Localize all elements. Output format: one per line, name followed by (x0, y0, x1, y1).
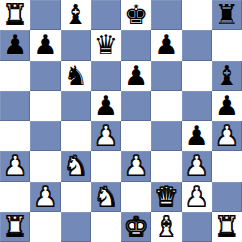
piece-white-pawn-g3[interactable]: ♟ (185, 151, 209, 181)
square-e1[interactable]: ♚ (121, 212, 151, 242)
square-e4[interactable] (121, 121, 151, 151)
square-h6[interactable]: ♝ (212, 61, 242, 91)
square-e5[interactable] (121, 91, 151, 121)
square-f2[interactable]: ♛ (151, 182, 181, 212)
square-c5[interactable] (61, 91, 91, 121)
square-g1[interactable] (182, 212, 212, 242)
piece-white-knight-d2[interactable]: ♞ (94, 182, 118, 212)
piece-black-pawn-g4[interactable]: ♟ (185, 121, 209, 151)
piece-white-pawn-d4[interactable]: ♟ (94, 121, 118, 151)
square-c1[interactable] (61, 212, 91, 242)
square-e7[interactable] (121, 30, 151, 60)
square-g5[interactable] (182, 91, 212, 121)
square-d2[interactable]: ♞ (91, 182, 121, 212)
square-a4[interactable] (0, 121, 30, 151)
square-f7[interactable]: ♟ (151, 30, 181, 60)
square-d8[interactable] (91, 0, 121, 30)
piece-white-knight-c3[interactable]: ♞ (64, 151, 88, 181)
piece-black-bishop-h6[interactable]: ♝ (215, 61, 239, 91)
square-a5[interactable] (0, 91, 30, 121)
square-c4[interactable] (61, 121, 91, 151)
square-d7[interactable]: ♛ (91, 30, 121, 60)
square-g7[interactable] (182, 30, 212, 60)
square-f4[interactable] (151, 121, 181, 151)
square-c6[interactable]: ♞ (61, 61, 91, 91)
square-a6[interactable] (0, 61, 30, 91)
chess-board-container: ♜♝♚♜♟♟♛♟♞♟♝♟♟♟♟♟♟♞♟♟♟♞♛♟♜♚♝♜ (0, 0, 242, 242)
piece-black-pawn-h5[interactable]: ♟ (215, 91, 239, 121)
piece-white-queen-f2[interactable]: ♛ (154, 182, 178, 212)
square-h3[interactable] (212, 151, 242, 181)
square-b1[interactable] (30, 212, 60, 242)
square-g4[interactable]: ♟ (182, 121, 212, 151)
piece-black-pawn-f7[interactable]: ♟ (154, 30, 178, 60)
piece-black-queen-d7[interactable]: ♛ (94, 30, 118, 60)
piece-black-pawn-d5[interactable]: ♟ (94, 91, 118, 121)
piece-white-bishop-f1[interactable]: ♝ (154, 212, 178, 242)
square-b6[interactable] (30, 61, 60, 91)
square-a7[interactable]: ♟ (0, 30, 30, 60)
square-c7[interactable] (61, 30, 91, 60)
square-d1[interactable] (91, 212, 121, 242)
piece-black-rook-h8[interactable]: ♜ (215, 0, 239, 30)
square-e8[interactable]: ♚ (121, 0, 151, 30)
square-b5[interactable] (30, 91, 60, 121)
square-g2[interactable]: ♟ (182, 182, 212, 212)
piece-black-pawn-b7[interactable]: ♟ (33, 30, 57, 60)
square-h4[interactable]: ♟ (212, 121, 242, 151)
piece-black-bishop-c8[interactable]: ♝ (64, 0, 88, 30)
square-f1[interactable]: ♝ (151, 212, 181, 242)
square-f8[interactable] (151, 0, 181, 30)
square-b4[interactable] (30, 121, 60, 151)
square-h7[interactable] (212, 30, 242, 60)
piece-white-king-e1[interactable]: ♚ (124, 212, 148, 242)
square-d4[interactable]: ♟ (91, 121, 121, 151)
piece-white-pawn-e3[interactable]: ♟ (124, 151, 148, 181)
square-d3[interactable] (91, 151, 121, 181)
piece-white-rook-a8[interactable]: ♜ (3, 0, 27, 30)
square-g6[interactable] (182, 61, 212, 91)
square-e3[interactable]: ♟ (121, 151, 151, 181)
square-c3[interactable]: ♞ (61, 151, 91, 181)
square-f5[interactable] (151, 91, 181, 121)
square-a8[interactable]: ♜ (0, 0, 30, 30)
piece-white-pawn-g2[interactable]: ♟ (185, 182, 209, 212)
piece-white-pawn-h4[interactable]: ♟ (215, 121, 239, 151)
square-a1[interactable]: ♜ (0, 212, 30, 242)
square-h1[interactable]: ♜ (212, 212, 242, 242)
square-b8[interactable] (30, 0, 60, 30)
square-h2[interactable] (212, 182, 242, 212)
square-e2[interactable] (121, 182, 151, 212)
square-d6[interactable] (91, 61, 121, 91)
piece-white-pawn-b2[interactable]: ♟ (33, 182, 57, 212)
square-a3[interactable]: ♟ (0, 151, 30, 181)
square-f6[interactable] (151, 61, 181, 91)
square-a2[interactable] (0, 182, 30, 212)
piece-white-pawn-a3[interactable]: ♟ (3, 151, 27, 181)
piece-white-rook-h1[interactable]: ♜ (215, 212, 239, 242)
piece-black-knight-c6[interactable]: ♞ (64, 61, 88, 91)
square-b7[interactable]: ♟ (30, 30, 60, 60)
square-c2[interactable] (61, 182, 91, 212)
square-h5[interactable]: ♟ (212, 91, 242, 121)
piece-black-king-e8[interactable]: ♚ (124, 0, 148, 30)
piece-white-rook-a1[interactable]: ♜ (3, 212, 27, 242)
square-e6[interactable]: ♟ (121, 61, 151, 91)
square-d5[interactable]: ♟ (91, 91, 121, 121)
square-f3[interactable] (151, 151, 181, 181)
square-g3[interactable]: ♟ (182, 151, 212, 181)
square-b2[interactable]: ♟ (30, 182, 60, 212)
square-g8[interactable] (182, 0, 212, 30)
square-b3[interactable] (30, 151, 60, 181)
chess-board: ♜♝♚♜♟♟♛♟♞♟♝♟♟♟♟♟♟♞♟♟♟♞♛♟♜♚♝♜ (0, 0, 242, 242)
piece-black-pawn-a7[interactable]: ♟ (3, 30, 27, 60)
square-h8[interactable]: ♜ (212, 0, 242, 30)
piece-black-pawn-e6[interactable]: ♟ (124, 61, 148, 91)
square-c8[interactable]: ♝ (61, 0, 91, 30)
